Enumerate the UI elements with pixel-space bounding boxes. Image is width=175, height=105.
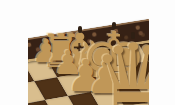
piece-finial-icon xyxy=(131,32,135,39)
photo-area: ♟♜♝♞♚♟♟♟♛ xyxy=(28,14,149,105)
pieces-layer: ♟♜♝♞♚♟♟♟♛ xyxy=(28,14,149,105)
piece-queen: ♛ xyxy=(93,32,149,105)
product-photo: ♟♜♝♞♚♟♟♟♛ xyxy=(0,0,175,105)
